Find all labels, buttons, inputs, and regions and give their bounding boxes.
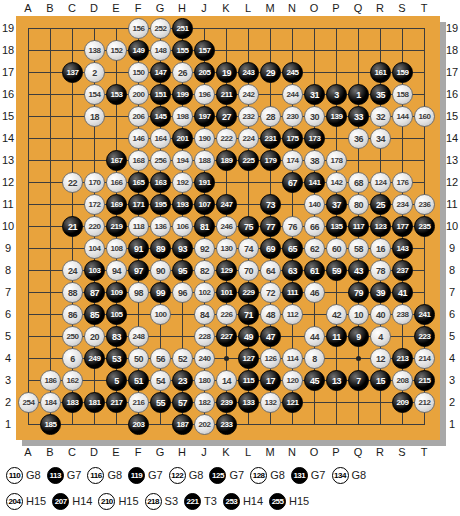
stone-E10[interactable]: 219 [106, 216, 127, 237]
stone-E16[interactable]: 153 [106, 84, 127, 105]
row-label-right-4: 4 [444, 352, 460, 364]
stone-D6[interactable]: 85 [84, 304, 105, 325]
stone-D12[interactable]: 170 [84, 172, 105, 193]
go-board[interactable]: 1562522511381521491481551571372150147262… [16, 16, 440, 440]
stone-F14[interactable]: 146 [128, 128, 149, 149]
stone-R11[interactable]: 25 [370, 194, 391, 215]
stone-M3[interactable]: 17 [260, 370, 281, 391]
stone-G2[interactable]: 55 [150, 392, 171, 413]
stone-N13[interactable]: 174 [282, 150, 303, 171]
stone-L4[interactable]: 127 [238, 348, 259, 369]
column-label-top-M: M [262, 2, 278, 14]
stone-G11[interactable]: 195 [150, 194, 171, 215]
stone-D8[interactable]: 103 [84, 260, 105, 281]
column-label-bottom-E: E [108, 446, 124, 458]
stone-F9[interactable]: 91 [128, 238, 149, 259]
stone-J9[interactable]: 92 [194, 238, 215, 259]
stone-S17[interactable]: 159 [392, 62, 413, 83]
stone-P8[interactable]: 59 [326, 260, 347, 281]
stone-R14[interactable]: 34 [370, 128, 391, 149]
column-label-bottom-R: R [372, 446, 388, 458]
stone-R3[interactable]: 15 [370, 370, 391, 391]
stone-E3[interactable]: 5 [106, 370, 127, 391]
stone-K7[interactable]: 101 [216, 282, 237, 303]
stone-M6[interactable]: 48 [260, 304, 281, 325]
caption-point-204: H15 [26, 495, 46, 507]
stone-L10[interactable]: 75 [238, 216, 259, 237]
row-label-left-14: 14 [0, 132, 16, 144]
caption-row-1: 110G8113G7116G8119G7122G8125G7128G8131G7… [6, 462, 458, 488]
row-label-right-14: 14 [444, 132, 460, 144]
stone-T3[interactable]: 215 [414, 370, 435, 391]
stone-O8[interactable]: 61 [304, 260, 325, 281]
stone-G14[interactable]: 164 [150, 128, 171, 149]
stone-K16[interactable]: 211 [216, 84, 237, 105]
stone-O16[interactable]: 31 [304, 84, 325, 105]
stone-O9[interactable]: 62 [304, 238, 325, 259]
stone-T11[interactable]: 236 [414, 194, 435, 215]
stone-Q9[interactable]: 58 [348, 238, 369, 259]
stone-O12[interactable]: 141 [304, 172, 325, 193]
stone-C2[interactable]: 183 [62, 392, 83, 413]
column-label-top-C: C [64, 2, 80, 14]
stone-J13[interactable]: 188 [194, 150, 215, 171]
stone-Q5[interactable]: 9 [348, 326, 369, 347]
stone-O3[interactable]: 45 [304, 370, 325, 391]
stone-J14[interactable]: 190 [194, 128, 215, 149]
stone-N12[interactable]: 67 [282, 172, 303, 193]
stone-P5[interactable]: 11 [326, 326, 347, 347]
row-label-right-19: 19 [444, 22, 460, 34]
column-label-bottom-T: T [416, 446, 432, 458]
stone-O11[interactable]: 140 [304, 194, 325, 215]
column-label-bottom-G: G [152, 446, 168, 458]
stone-G7[interactable]: 99 [150, 282, 171, 303]
stone-B2[interactable]: 184 [40, 392, 61, 413]
stone-S11[interactable]: 234 [392, 194, 413, 215]
stone-J2[interactable]: 182 [194, 392, 215, 413]
stone-D2[interactable]: 181 [84, 392, 105, 413]
caption-stone-207: 207 [52, 493, 69, 510]
stone-J17[interactable]: 205 [194, 62, 215, 83]
stone-L16[interactable]: 242 [238, 84, 259, 105]
stone-R8[interactable]: 78 [370, 260, 391, 281]
stone-H8[interactable]: 95 [172, 260, 193, 281]
stone-T5[interactable]: 223 [414, 326, 435, 347]
stone-F15[interactable]: 206 [128, 106, 149, 127]
stone-N14[interactable]: 175 [282, 128, 303, 149]
row-label-left-17: 17 [0, 66, 16, 78]
stone-Q16[interactable]: 1 [348, 84, 369, 105]
stone-L14[interactable]: 224 [238, 128, 259, 149]
stone-K17[interactable]: 19 [216, 62, 237, 83]
stone-F3[interactable]: 51 [128, 370, 149, 391]
stone-R6[interactable]: 40 [370, 304, 391, 325]
stone-L17[interactable]: 243 [238, 62, 259, 83]
stone-G12[interactable]: 163 [150, 172, 171, 193]
caption-stone-131: 131 [291, 467, 308, 484]
row-label-left-2: 2 [0, 396, 16, 408]
row-label-right-7: 7 [444, 286, 460, 298]
stone-G15[interactable]: 145 [150, 106, 171, 127]
stone-R10[interactable]: 123 [370, 216, 391, 237]
stone-K1[interactable]: 233 [216, 414, 237, 435]
stone-J16[interactable]: 196 [194, 84, 215, 105]
row-label-right-10: 10 [444, 220, 460, 232]
stone-C8[interactable]: 24 [62, 260, 83, 281]
stone-M7[interactable]: 72 [260, 282, 281, 303]
stone-N10[interactable]: 76 [282, 216, 303, 237]
stone-D18[interactable]: 138 [84, 40, 105, 61]
stone-K11[interactable]: 247 [216, 194, 237, 215]
stone-R12[interactable]: 124 [370, 172, 391, 193]
stone-G6[interactable]: 100 [150, 304, 171, 325]
stone-T6[interactable]: 241 [414, 304, 435, 325]
stone-C3[interactable]: 162 [62, 370, 83, 391]
caption-point-255: H15 [289, 495, 309, 507]
stone-F18[interactable]: 149 [128, 40, 149, 61]
stone-H10[interactable]: 106 [172, 216, 193, 237]
stone-S9[interactable]: 143 [392, 238, 413, 259]
stone-Q12[interactable]: 68 [348, 172, 369, 193]
stone-J1[interactable]: 202 [194, 414, 215, 435]
caption-point-128: G8 [270, 469, 285, 481]
stone-P10[interactable]: 135 [326, 216, 347, 237]
stone-H2[interactable]: 57 [172, 392, 193, 413]
stone-B1[interactable]: 185 [40, 414, 61, 435]
stone-Q7[interactable]: 79 [348, 282, 369, 303]
stone-R7[interactable]: 39 [370, 282, 391, 303]
stone-M14[interactable]: 231 [260, 128, 281, 149]
column-label-bottom-Q: Q [350, 446, 366, 458]
stone-H16[interactable]: 199 [172, 84, 193, 105]
stone-G17[interactable]: 147 [150, 62, 171, 83]
stone-P11[interactable]: 37 [326, 194, 347, 215]
column-label-bottom-B: B [42, 446, 58, 458]
stone-O4[interactable]: 8 [304, 348, 325, 369]
column-label-bottom-A: A [20, 446, 36, 458]
column-label-bottom-M: M [262, 446, 278, 458]
stone-A2[interactable]: 254 [18, 392, 39, 413]
stone-E18[interactable]: 152 [106, 40, 127, 61]
stone-M13[interactable]: 179 [260, 150, 281, 171]
stone-G18[interactable]: 148 [150, 40, 171, 61]
stone-S4[interactable]: 213 [392, 348, 413, 369]
stone-K2[interactable]: 239 [216, 392, 237, 413]
stone-J5[interactable]: 228 [194, 326, 215, 347]
stone-H3[interactable]: 23 [172, 370, 193, 391]
stone-L7[interactable]: 229 [238, 282, 259, 303]
stone-T4[interactable]: 214 [414, 348, 435, 369]
stone-F16[interactable]: 200 [128, 84, 149, 105]
stone-K5[interactable]: 227 [216, 326, 237, 347]
stone-F12[interactable]: 165 [128, 172, 149, 193]
stone-D7[interactable]: 87 [84, 282, 105, 303]
column-label-top-A: A [20, 2, 36, 14]
stone-R9[interactable]: 16 [370, 238, 391, 259]
stone-O7[interactable]: 46 [304, 282, 325, 303]
caption-point-218: S3 [165, 495, 178, 507]
stone-R15[interactable]: 32 [370, 106, 391, 127]
column-label-top-K: K [218, 2, 234, 14]
stone-E13[interactable]: 167 [106, 150, 127, 171]
row-label-right-5: 5 [444, 330, 460, 342]
caption-point-116: G8 [107, 469, 122, 481]
stone-H12[interactable]: 192 [172, 172, 193, 193]
stone-N8[interactable]: 63 [282, 260, 303, 281]
stone-N9[interactable]: 65 [282, 238, 303, 259]
stone-S6[interactable]: 238 [392, 304, 413, 325]
stone-T10[interactable]: 235 [414, 216, 435, 237]
stone-P15[interactable]: 139 [326, 106, 347, 127]
stone-G13[interactable]: 256 [150, 150, 171, 171]
stone-S3[interactable]: 208 [392, 370, 413, 391]
row-label-left-16: 16 [0, 88, 16, 100]
stone-L8[interactable]: 70 [238, 260, 259, 281]
stone-M11[interactable]: 73 [260, 194, 281, 215]
stone-S16[interactable]: 158 [392, 84, 413, 105]
column-label-top-J: J [196, 2, 212, 14]
stone-F5[interactable]: 248 [128, 326, 149, 347]
stone-M5[interactable]: 47 [260, 326, 281, 347]
stone-C5[interactable]: 250 [62, 326, 83, 347]
stone-T15[interactable]: 160 [414, 106, 435, 127]
stone-C10[interactable]: 21 [62, 216, 83, 237]
stone-N6[interactable]: 112 [282, 304, 303, 325]
stone-H4[interactable]: 52 [172, 348, 193, 369]
stone-E5[interactable]: 83 [106, 326, 127, 347]
stone-E6[interactable]: 105 [106, 304, 127, 325]
stone-S2[interactable]: 209 [392, 392, 413, 413]
stone-D9[interactable]: 104 [84, 238, 105, 259]
caption-stone-218: 218 [145, 493, 162, 510]
stone-J11[interactable]: 107 [194, 194, 215, 215]
stone-L13[interactable]: 225 [238, 150, 259, 171]
stone-Q8[interactable]: 43 [348, 260, 369, 281]
stone-J12[interactable]: 191 [194, 172, 215, 193]
row-label-right-9: 9 [444, 242, 460, 254]
stone-E9[interactable]: 108 [106, 238, 127, 259]
stone-S15[interactable]: 144 [392, 106, 413, 127]
stone-N3[interactable]: 120 [282, 370, 303, 391]
stone-E2[interactable]: 217 [106, 392, 127, 413]
stone-D4[interactable]: 249 [84, 348, 105, 369]
caption-stone-255: 255 [269, 493, 286, 510]
column-label-top-Q: Q [350, 2, 366, 14]
stone-H17[interactable]: 26 [172, 62, 193, 83]
column-label-top-B: B [42, 2, 58, 14]
stone-E11[interactable]: 169 [106, 194, 127, 215]
stone-D5[interactable]: 20 [84, 326, 105, 347]
stone-K10[interactable]: 246 [216, 216, 237, 237]
stone-L5[interactable]: 49 [238, 326, 259, 347]
column-label-bottom-N: N [284, 446, 300, 458]
stone-F7[interactable]: 98 [128, 282, 149, 303]
row-label-left-3: 3 [0, 374, 16, 386]
stone-O15[interactable]: 30 [304, 106, 325, 127]
stone-S10[interactable]: 177 [392, 216, 413, 237]
stone-F19[interactable]: 156 [128, 18, 149, 39]
stone-M2[interactable]: 132 [260, 392, 281, 413]
caption-stone-253: 253 [223, 493, 240, 510]
stone-J18[interactable]: 157 [194, 40, 215, 61]
stone-F11[interactable]: 171 [128, 194, 149, 215]
stone-R4[interactable]: 12 [370, 348, 391, 369]
stone-C6[interactable]: 86 [62, 304, 83, 325]
stone-K14[interactable]: 222 [216, 128, 237, 149]
stone-J3[interactable]: 180 [194, 370, 215, 391]
stone-G4[interactable]: 56 [150, 348, 171, 369]
stone-H15[interactable]: 198 [172, 106, 193, 127]
stone-J7[interactable]: 102 [194, 282, 215, 303]
row-label-left-1: 1 [0, 418, 16, 430]
stone-D16[interactable]: 154 [84, 84, 105, 105]
stone-R17[interactable]: 161 [370, 62, 391, 83]
column-label-top-N: N [284, 2, 300, 14]
stone-H14[interactable]: 201 [172, 128, 193, 149]
stone-T2[interactable]: 212 [414, 392, 435, 413]
stone-P16[interactable]: 3 [326, 84, 347, 105]
stone-J8[interactable]: 82 [194, 260, 215, 281]
stone-S8[interactable]: 237 [392, 260, 413, 281]
stone-G3[interactable]: 54 [150, 370, 171, 391]
stone-L2[interactable]: 133 [238, 392, 259, 413]
stone-E12[interactable]: 166 [106, 172, 127, 193]
caption-stone-204: 204 [6, 493, 23, 510]
stone-O5[interactable]: 44 [304, 326, 325, 347]
stone-G9[interactable]: 89 [150, 238, 171, 259]
stone-K13[interactable]: 189 [216, 150, 237, 171]
stone-G8[interactable]: 90 [150, 260, 171, 281]
stone-Q10[interactable]: 117 [348, 216, 369, 237]
caption-stone-125: 125 [209, 467, 226, 484]
stone-F2[interactable]: 216 [128, 392, 149, 413]
stone-J6[interactable]: 84 [194, 304, 215, 325]
caption-stone-119: 119 [128, 467, 145, 484]
stone-N16[interactable]: 244 [282, 84, 303, 105]
caption-stone-210: 210 [98, 493, 115, 510]
stone-L3[interactable]: 115 [238, 370, 259, 391]
stone-K8[interactable]: 129 [216, 260, 237, 281]
stone-H19[interactable]: 251 [172, 18, 193, 39]
stone-J15[interactable]: 197 [194, 106, 215, 127]
stone-M9[interactable]: 69 [260, 238, 281, 259]
stone-M10[interactable]: 77 [260, 216, 281, 237]
stone-D10[interactable]: 220 [84, 216, 105, 237]
stone-G10[interactable]: 136 [150, 216, 171, 237]
stone-Q3[interactable]: 7 [348, 370, 369, 391]
stone-M8[interactable]: 64 [260, 260, 281, 281]
stone-F4[interactable]: 50 [128, 348, 149, 369]
stone-M15[interactable]: 28 [260, 106, 281, 127]
stone-C17[interactable]: 137 [62, 62, 83, 83]
stone-F1[interactable]: 203 [128, 414, 149, 435]
caption-point-253: H14 [243, 495, 263, 507]
column-label-bottom-P: P [328, 446, 344, 458]
stone-N4[interactable]: 114 [282, 348, 303, 369]
stone-D15[interactable]: 18 [84, 106, 105, 127]
stone-H7[interactable]: 96 [172, 282, 193, 303]
stone-F17[interactable]: 150 [128, 62, 149, 83]
stone-Q6[interactable]: 10 [348, 304, 369, 325]
stone-K9[interactable]: 130 [216, 238, 237, 259]
stone-N17[interactable]: 245 [282, 62, 303, 83]
row-label-left-8: 8 [0, 264, 16, 276]
stone-P3[interactable]: 13 [326, 370, 347, 391]
stone-J4[interactable]: 240 [194, 348, 215, 369]
stone-E4[interactable]: 53 [106, 348, 127, 369]
stone-N7[interactable]: 111 [282, 282, 303, 303]
stone-G19[interactable]: 252 [150, 18, 171, 39]
stone-O13[interactable]: 38 [304, 150, 325, 171]
column-label-top-L: L [240, 2, 256, 14]
repeated-moves-caption: 110G8113G7116G8119G7122G8125G7128G8131G7… [6, 462, 458, 514]
row-label-left-10: 10 [0, 220, 16, 232]
stone-S12[interactable]: 176 [392, 172, 413, 193]
row-label-left-12: 12 [0, 176, 16, 188]
stone-L9[interactable]: 74 [238, 238, 259, 259]
row-label-right-16: 16 [444, 88, 460, 100]
stone-D17[interactable]: 2 [84, 62, 105, 83]
column-label-top-P: P [328, 2, 344, 14]
stone-F13[interactable]: 168 [128, 150, 149, 171]
caption-stone-221: 221 [184, 493, 201, 510]
column-label-top-O: O [306, 2, 322, 14]
stone-N15[interactable]: 230 [282, 106, 303, 127]
stone-H11[interactable]: 193 [172, 194, 193, 215]
stone-R16[interactable]: 35 [370, 84, 391, 105]
stone-L15[interactable]: 232 [238, 106, 259, 127]
stone-F10[interactable]: 118 [128, 216, 149, 237]
stone-K3[interactable]: 14 [216, 370, 237, 391]
stone-B3[interactable]: 186 [40, 370, 61, 391]
stone-Q14[interactable]: 36 [348, 128, 369, 149]
stone-O14[interactable]: 173 [304, 128, 325, 149]
stone-P13[interactable]: 178 [326, 150, 347, 171]
stone-G16[interactable]: 151 [150, 84, 171, 105]
stone-C4[interactable]: 6 [62, 348, 83, 369]
stone-L6[interactable]: 71 [238, 304, 259, 325]
stone-M4[interactable]: 126 [260, 348, 281, 369]
stone-H9[interactable]: 93 [172, 238, 193, 259]
row-label-right-12: 12 [444, 176, 460, 188]
stone-J10[interactable]: 81 [194, 216, 215, 237]
stone-R5[interactable]: 4 [370, 326, 391, 347]
stone-P9[interactable]: 60 [326, 238, 347, 259]
stone-Q15[interactable]: 33 [348, 106, 369, 127]
stone-H13[interactable]: 194 [172, 150, 193, 171]
stone-H18[interactable]: 155 [172, 40, 193, 61]
stone-Q11[interactable]: 80 [348, 194, 369, 215]
stone-O10[interactable]: 66 [304, 216, 325, 237]
caption-row-2: 204H15207H14210H15218S3221T3253H14255H15 [6, 488, 458, 514]
stone-K15[interactable]: 27 [216, 106, 237, 127]
stone-C12[interactable]: 22 [62, 172, 83, 193]
stone-E8[interactable]: 94 [106, 260, 127, 281]
stone-C7[interactable]: 88 [62, 282, 83, 303]
stone-K6[interactable]: 226 [216, 304, 237, 325]
caption-stone-128: 128 [250, 467, 267, 484]
stone-P12[interactable]: 142 [326, 172, 347, 193]
stone-S7[interactable]: 41 [392, 282, 413, 303]
stone-H1[interactable]: 187 [172, 414, 193, 435]
stone-M17[interactable]: 29 [260, 62, 281, 83]
stone-E7[interactable]: 109 [106, 282, 127, 303]
stone-D11[interactable]: 172 [84, 194, 105, 215]
stone-P6[interactable]: 42 [326, 304, 347, 325]
stone-F8[interactable]: 97 [128, 260, 149, 281]
stone-N2[interactable]: 121 [282, 392, 303, 413]
